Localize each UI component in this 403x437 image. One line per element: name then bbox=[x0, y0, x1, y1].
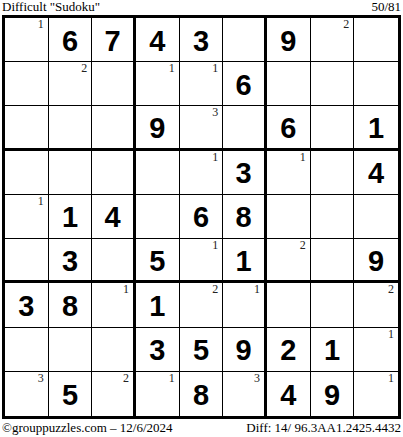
corner-mark: 1 bbox=[388, 328, 394, 341]
corner-mark: 1 bbox=[38, 195, 44, 208]
corner-mark: 1 bbox=[123, 283, 129, 296]
cell-r6c7[interactable]: 2 bbox=[267, 239, 311, 283]
cell-r5c6[interactable]: 8 bbox=[223, 195, 267, 239]
cell-r9c5[interactable]: 8 bbox=[180, 372, 224, 416]
cell-r5c1[interactable]: 1 bbox=[5, 195, 49, 239]
given-digit: 9 bbox=[280, 27, 296, 56]
cell-r4c6[interactable]: 3 bbox=[223, 151, 267, 195]
corner-mark: 2 bbox=[212, 283, 218, 296]
cell-r4c5[interactable]: 1 bbox=[180, 151, 224, 195]
cell-r6c8[interactable] bbox=[311, 239, 355, 283]
cell-r1c6[interactable] bbox=[223, 18, 267, 62]
given-digit: 5 bbox=[149, 247, 165, 276]
cell-r6c2[interactable]: 3 bbox=[49, 239, 93, 283]
cell-r2c6[interactable]: 6 bbox=[223, 62, 267, 106]
cell-r1c4[interactable]: 4 bbox=[136, 18, 180, 62]
cell-r8c2[interactable] bbox=[49, 328, 93, 372]
corner-mark: 1 bbox=[212, 239, 218, 252]
cell-r6c1[interactable] bbox=[5, 239, 49, 283]
given-digit: 3 bbox=[18, 292, 34, 321]
cell-r6c5[interactable]: 1 bbox=[180, 239, 224, 283]
cell-r5c8[interactable] bbox=[311, 195, 355, 239]
given-digit: 1 bbox=[236, 247, 252, 276]
sudoku-page: Difficult "Sudoku" 50/81 167439221169361… bbox=[0, 0, 403, 437]
cell-r6c6[interactable]: 1 bbox=[223, 239, 267, 283]
cell-r3c9[interactable]: 1 bbox=[354, 106, 398, 150]
given-digit: 6 bbox=[280, 114, 296, 143]
cell-r1c8[interactable]: 2 bbox=[311, 18, 355, 62]
cell-r3c7[interactable]: 6 bbox=[267, 106, 311, 150]
cell-r2c5[interactable]: 1 bbox=[180, 62, 224, 106]
cell-r4c7[interactable]: 1 bbox=[267, 151, 311, 195]
given-digit: 8 bbox=[193, 381, 209, 410]
cell-r3c5[interactable]: 3 bbox=[180, 106, 224, 150]
cell-r8c8[interactable]: 1 bbox=[311, 328, 355, 372]
cell-r5c7[interactable] bbox=[267, 195, 311, 239]
corner-mark: 1 bbox=[254, 283, 260, 296]
corner-mark: 1 bbox=[169, 372, 175, 385]
cell-r8c6[interactable]: 9 bbox=[223, 328, 267, 372]
cell-r7c5[interactable]: 2 bbox=[180, 283, 224, 327]
given-digit: 5 bbox=[62, 381, 78, 410]
cell-r9c7[interactable]: 4 bbox=[267, 372, 311, 416]
cell-r7c1[interactable]: 3 bbox=[5, 283, 49, 327]
given-digit: 4 bbox=[149, 27, 165, 56]
cell-r5c2[interactable]: 1 bbox=[49, 195, 93, 239]
cell-r9c1[interactable]: 3 bbox=[5, 372, 49, 416]
cell-r3c1[interactable] bbox=[5, 106, 49, 150]
cell-r6c4[interactable]: 5 bbox=[136, 239, 180, 283]
given-digit: 9 bbox=[236, 336, 252, 365]
cell-r1c9[interactable] bbox=[354, 18, 398, 62]
given-digit: 6 bbox=[236, 71, 252, 100]
empty-cell-counter: 50/81 bbox=[371, 0, 401, 14]
cell-r1c5[interactable]: 3 bbox=[180, 18, 224, 62]
given-digit: 1 bbox=[62, 203, 78, 232]
cell-r5c3[interactable]: 4 bbox=[92, 195, 136, 239]
cell-r7c7[interactable] bbox=[267, 283, 311, 327]
corner-mark: 1 bbox=[212, 62, 218, 75]
cell-r8c7[interactable]: 2 bbox=[267, 328, 311, 372]
given-digit: 6 bbox=[62, 27, 78, 56]
cell-r9c3[interactable]: 2 bbox=[92, 372, 136, 416]
copyright-text: ©grouppuzzles.com – 12/6/2024 bbox=[2, 421, 173, 435]
given-digit: 1 bbox=[324, 336, 340, 365]
cell-r2c3[interactable] bbox=[92, 62, 136, 106]
cell-r4c3[interactable] bbox=[92, 151, 136, 195]
given-digit: 3 bbox=[236, 159, 252, 188]
cell-r3c6[interactable] bbox=[223, 106, 267, 150]
corner-mark: 3 bbox=[254, 372, 260, 385]
cell-r7c8[interactable] bbox=[311, 283, 355, 327]
cell-r5c4[interactable] bbox=[136, 195, 180, 239]
given-digit: 3 bbox=[62, 247, 78, 276]
given-digit: 5 bbox=[193, 336, 209, 365]
cell-r2c7[interactable] bbox=[267, 62, 311, 106]
corner-mark: 2 bbox=[123, 372, 129, 385]
corner-mark: 2 bbox=[343, 18, 349, 31]
puzzle-title: Difficult "Sudoku" bbox=[2, 0, 100, 14]
cell-r9c6[interactable]: 3 bbox=[223, 372, 267, 416]
corner-mark: 1 bbox=[212, 151, 218, 164]
sudoku-board: 1674392211693611314114683511293811212359… bbox=[2, 15, 401, 419]
cell-r3c4[interactable]: 9 bbox=[136, 106, 180, 150]
difficulty-code: Diff: 14/ 96.3AA1.2425.4432 bbox=[246, 421, 401, 435]
cell-r4c2[interactable] bbox=[49, 151, 93, 195]
page-header: Difficult "Sudoku" 50/81 bbox=[0, 0, 403, 15]
corner-mark: 1 bbox=[38, 18, 44, 31]
cell-r8c1[interactable] bbox=[5, 328, 49, 372]
cell-r7c3[interactable]: 1 bbox=[92, 283, 136, 327]
cell-r9c8[interactable]: 9 bbox=[311, 372, 355, 416]
given-digit: 6 bbox=[193, 203, 209, 232]
given-digit: 9 bbox=[149, 114, 165, 143]
given-digit: 7 bbox=[105, 27, 121, 56]
given-digit: 3 bbox=[193, 27, 209, 56]
cell-r2c2[interactable]: 2 bbox=[49, 62, 93, 106]
cell-r7c9[interactable]: 2 bbox=[354, 283, 398, 327]
cell-r8c4[interactable]: 3 bbox=[136, 328, 180, 372]
cell-r1c3[interactable]: 7 bbox=[92, 18, 136, 62]
cell-r5c9[interactable] bbox=[354, 195, 398, 239]
cell-r3c8[interactable] bbox=[311, 106, 355, 150]
cell-r2c9[interactable] bbox=[354, 62, 398, 106]
cell-r8c9[interactable]: 1 bbox=[354, 328, 398, 372]
cell-r5c5[interactable]: 6 bbox=[180, 195, 224, 239]
cell-r6c9[interactable]: 9 bbox=[354, 239, 398, 283]
given-digit: 9 bbox=[368, 247, 384, 276]
cell-r9c4[interactable]: 1 bbox=[136, 372, 180, 416]
cell-r4c8[interactable] bbox=[311, 151, 355, 195]
cell-r8c5[interactable]: 5 bbox=[180, 328, 224, 372]
cell-r9c2[interactable]: 5 bbox=[49, 372, 93, 416]
cell-r3c2[interactable] bbox=[49, 106, 93, 150]
given-digit: 9 bbox=[324, 381, 340, 410]
cell-r2c8[interactable] bbox=[311, 62, 355, 106]
cell-r4c1[interactable] bbox=[5, 151, 49, 195]
cell-r3c3[interactable] bbox=[92, 106, 136, 150]
given-digit: 4 bbox=[105, 203, 121, 232]
given-digit: 8 bbox=[62, 292, 78, 321]
cell-r4c4[interactable] bbox=[136, 151, 180, 195]
corner-mark: 3 bbox=[212, 106, 218, 119]
cell-r2c4[interactable]: 1 bbox=[136, 62, 180, 106]
page-footer: ©grouppuzzles.com – 12/6/2024 Diff: 14/ … bbox=[0, 419, 403, 437]
corner-mark: 1 bbox=[169, 62, 175, 75]
corner-mark: 1 bbox=[300, 151, 306, 164]
given-digit: 3 bbox=[149, 336, 165, 365]
cell-r4c9[interactable]: 4 bbox=[354, 151, 398, 195]
given-digit: 4 bbox=[368, 159, 384, 188]
corner-mark: 2 bbox=[81, 62, 87, 75]
cell-r6c3[interactable] bbox=[92, 239, 136, 283]
corner-mark: 1 bbox=[388, 372, 394, 385]
given-digit: 4 bbox=[280, 381, 296, 410]
cell-r7c6[interactable]: 1 bbox=[223, 283, 267, 327]
cell-r1c1[interactable]: 1 bbox=[5, 18, 49, 62]
cell-r7c2[interactable]: 8 bbox=[49, 283, 93, 327]
corner-mark: 2 bbox=[300, 239, 306, 252]
cell-r2c1[interactable] bbox=[5, 62, 49, 106]
given-digit: 1 bbox=[149, 292, 165, 321]
cell-r1c2[interactable]: 6 bbox=[49, 18, 93, 62]
cell-r1c7[interactable]: 9 bbox=[267, 18, 311, 62]
given-digit: 8 bbox=[236, 203, 252, 232]
cell-r9c9[interactable]: 1 bbox=[354, 372, 398, 416]
given-digit: 2 bbox=[280, 336, 296, 365]
cell-r7c4[interactable]: 1 bbox=[136, 283, 180, 327]
given-digit: 1 bbox=[368, 114, 384, 143]
corner-mark: 2 bbox=[388, 283, 394, 296]
cell-r8c3[interactable] bbox=[92, 328, 136, 372]
corner-mark: 3 bbox=[38, 372, 44, 385]
